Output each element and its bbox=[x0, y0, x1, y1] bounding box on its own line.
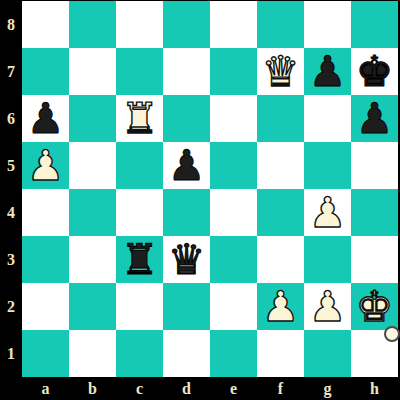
square-a1[interactable] bbox=[22, 330, 69, 377]
file-label-h: h bbox=[351, 377, 398, 400]
square-e1[interactable] bbox=[210, 330, 257, 377]
square-c5[interactable] bbox=[116, 142, 163, 189]
square-b8[interactable] bbox=[69, 1, 116, 48]
square-g4[interactable]: ♟ bbox=[304, 189, 351, 236]
square-a8[interactable] bbox=[22, 1, 69, 48]
square-h6[interactable]: ♟ bbox=[351, 95, 398, 142]
square-d1[interactable] bbox=[163, 330, 210, 377]
square-g5[interactable] bbox=[304, 142, 351, 189]
square-d8[interactable] bbox=[163, 1, 210, 48]
file-labels: abcdefgh bbox=[22, 377, 398, 400]
square-b5[interactable] bbox=[69, 142, 116, 189]
square-c4[interactable] bbox=[116, 189, 163, 236]
square-h7[interactable]: ♚ bbox=[351, 48, 398, 95]
rank-label-4: 4 bbox=[0, 189, 22, 236]
black-pawn-a6: ♟ bbox=[27, 95, 65, 142]
square-e4[interactable] bbox=[210, 189, 257, 236]
square-d6[interactable] bbox=[163, 95, 210, 142]
black-pawn-h6: ♟ bbox=[356, 95, 394, 142]
square-h5[interactable] bbox=[351, 142, 398, 189]
square-d3[interactable]: ♛ bbox=[163, 236, 210, 283]
white-pawn-g2: ♟ bbox=[309, 283, 347, 330]
chess-board: ♛♟♚♟♜♟♟♟♟♜♛♟♟♚ bbox=[22, 1, 398, 377]
square-a3[interactable] bbox=[22, 236, 69, 283]
square-b1[interactable] bbox=[69, 330, 116, 377]
rank-label-3: 3 bbox=[0, 236, 22, 283]
square-c6[interactable]: ♜ bbox=[116, 95, 163, 142]
square-a5[interactable]: ♟ bbox=[22, 142, 69, 189]
square-f2[interactable]: ♟ bbox=[257, 283, 304, 330]
square-e6[interactable] bbox=[210, 95, 257, 142]
square-e3[interactable] bbox=[210, 236, 257, 283]
square-g2[interactable]: ♟ bbox=[304, 283, 351, 330]
square-c2[interactable] bbox=[116, 283, 163, 330]
file-label-d: d bbox=[163, 377, 210, 400]
rank-labels: 87654321 bbox=[0, 1, 22, 377]
square-c8[interactable] bbox=[116, 1, 163, 48]
square-h2[interactable]: ♚ bbox=[351, 283, 398, 330]
square-f5[interactable] bbox=[257, 142, 304, 189]
square-c3[interactable]: ♜ bbox=[116, 236, 163, 283]
file-label-f: f bbox=[257, 377, 304, 400]
white-pawn-f2: ♟ bbox=[262, 283, 300, 330]
square-b2[interactable] bbox=[69, 283, 116, 330]
black-king-h7: ♚ bbox=[356, 48, 394, 95]
square-f3[interactable] bbox=[257, 236, 304, 283]
file-label-b: b bbox=[69, 377, 116, 400]
square-g1[interactable] bbox=[304, 330, 351, 377]
rank-label-8: 8 bbox=[0, 1, 22, 48]
square-a6[interactable]: ♟ bbox=[22, 95, 69, 142]
black-rook-c3: ♜ bbox=[121, 236, 159, 283]
file-label-e: e bbox=[210, 377, 257, 400]
square-b7[interactable] bbox=[69, 48, 116, 95]
rank-label-7: 7 bbox=[0, 48, 22, 95]
black-pawn-d5: ♟ bbox=[168, 142, 206, 189]
file-label-a: a bbox=[22, 377, 69, 400]
square-g8[interactable] bbox=[304, 1, 351, 48]
white-pawn-g4: ♟ bbox=[309, 189, 347, 236]
square-h3[interactable] bbox=[351, 236, 398, 283]
white-king-h2: ♚ bbox=[356, 283, 394, 330]
square-f1[interactable] bbox=[257, 330, 304, 377]
square-f6[interactable] bbox=[257, 95, 304, 142]
black-queen-d3: ♛ bbox=[168, 236, 206, 283]
square-d7[interactable] bbox=[163, 48, 210, 95]
black-pawn-g7: ♟ bbox=[309, 48, 347, 95]
square-g7[interactable]: ♟ bbox=[304, 48, 351, 95]
rank-label-6: 6 bbox=[0, 95, 22, 142]
square-e8[interactable] bbox=[210, 1, 257, 48]
square-c1[interactable] bbox=[116, 330, 163, 377]
file-label-c: c bbox=[116, 377, 163, 400]
square-a4[interactable] bbox=[22, 189, 69, 236]
square-f7[interactable]: ♛ bbox=[257, 48, 304, 95]
white-queen-f7: ♛ bbox=[262, 48, 300, 95]
white-rook-c6: ♜ bbox=[121, 95, 159, 142]
square-e7[interactable] bbox=[210, 48, 257, 95]
white-pawn-a5: ♟ bbox=[27, 142, 65, 189]
square-e2[interactable] bbox=[210, 283, 257, 330]
file-label-g: g bbox=[304, 377, 351, 400]
rank-label-2: 2 bbox=[0, 283, 22, 330]
square-a7[interactable] bbox=[22, 48, 69, 95]
square-d4[interactable] bbox=[163, 189, 210, 236]
square-b4[interactable] bbox=[69, 189, 116, 236]
square-g3[interactable] bbox=[304, 236, 351, 283]
chess-diagram: 87654321 ♛♟♚♟♜♟♟♟♟♜♛♟♟♚ abcdefgh bbox=[0, 0, 400, 400]
square-d2[interactable] bbox=[163, 283, 210, 330]
square-h4[interactable] bbox=[351, 189, 398, 236]
square-a2[interactable] bbox=[22, 283, 69, 330]
square-b3[interactable] bbox=[69, 236, 116, 283]
white-to-move-dot bbox=[384, 326, 400, 342]
rank-label-5: 5 bbox=[0, 142, 22, 189]
rank-label-1: 1 bbox=[0, 330, 22, 377]
square-g6[interactable] bbox=[304, 95, 351, 142]
square-f4[interactable] bbox=[257, 189, 304, 236]
square-d5[interactable]: ♟ bbox=[163, 142, 210, 189]
square-h8[interactable] bbox=[351, 1, 398, 48]
square-c7[interactable] bbox=[116, 48, 163, 95]
square-f8[interactable] bbox=[257, 1, 304, 48]
square-e5[interactable] bbox=[210, 142, 257, 189]
square-b6[interactable] bbox=[69, 95, 116, 142]
